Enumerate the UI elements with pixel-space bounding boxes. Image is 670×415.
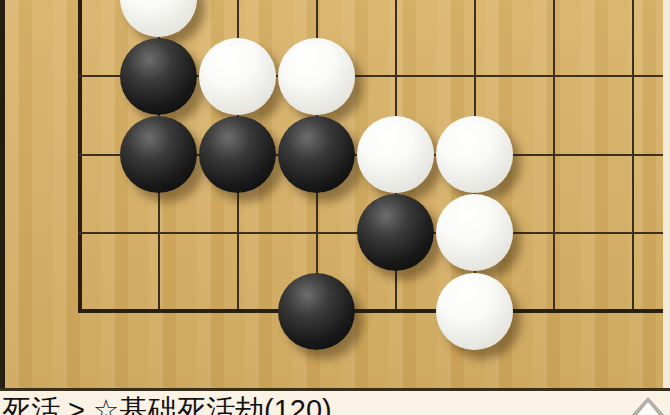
stone-white xyxy=(357,116,434,193)
stone-white xyxy=(278,38,355,115)
stone-black xyxy=(278,273,355,350)
stone-black xyxy=(199,116,276,193)
stone-black xyxy=(120,116,197,193)
stone-white xyxy=(436,194,513,271)
go-board[interactable] xyxy=(40,0,670,350)
stone-white xyxy=(436,116,513,193)
stone-black xyxy=(120,38,197,115)
bottom-bar: 死活 > ☆基础死活劫(120) xyxy=(0,391,670,415)
stone-white xyxy=(120,0,197,37)
stone-white xyxy=(199,38,276,115)
chevron-up-icon-fill xyxy=(634,402,662,415)
breadcrumb: 死活 > ☆基础死活劫(120) xyxy=(2,394,670,415)
stone-black xyxy=(278,116,355,193)
app-left-border xyxy=(0,0,5,389)
stone-white xyxy=(436,273,513,350)
stone-black xyxy=(357,194,434,271)
app-right-margin xyxy=(663,0,670,389)
